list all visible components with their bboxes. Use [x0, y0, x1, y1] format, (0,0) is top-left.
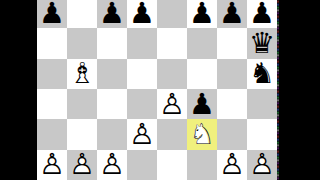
square-g7[interactable]: ♟ [217, 0, 247, 28]
square-f7[interactable]: ♟ [187, 0, 217, 28]
white-bishop[interactable]: ♝♗ [67, 59, 97, 89]
white-pawn[interactable]: ♟♙ [97, 150, 127, 180]
white-piece-outline: ♙ [127, 119, 157, 149]
white-piece-outline: ♙ [157, 89, 187, 119]
black-pawn[interactable]: ♟ [247, 0, 277, 28]
square-g6[interactable] [217, 28, 247, 58]
square-a5[interactable] [37, 59, 67, 89]
square-d6[interactable] [127, 28, 157, 58]
square-c6[interactable] [97, 28, 127, 58]
square-g2[interactable]: ♟♙ [217, 150, 247, 180]
black-queen[interactable]: ♛ [247, 28, 277, 58]
square-b7[interactable] [67, 0, 97, 28]
square-e6[interactable] [157, 28, 187, 58]
white-piece-outline: ♗ [67, 59, 97, 89]
black-pawn[interactable]: ♟ [127, 0, 157, 28]
square-d2[interactable] [127, 150, 157, 180]
square-e7[interactable] [157, 0, 187, 28]
square-c7[interactable]: ♟ [97, 0, 127, 28]
square-h2[interactable]: ♟♙ [247, 150, 277, 180]
square-h6[interactable]: ♛ [247, 28, 277, 58]
square-b6[interactable] [67, 28, 97, 58]
square-f2[interactable] [187, 150, 217, 180]
square-a6[interactable] [37, 28, 67, 58]
square-e5[interactable] [157, 59, 187, 89]
white-knight[interactable]: ♞♘ [187, 119, 217, 149]
square-c4[interactable] [97, 89, 127, 119]
square-b3[interactable] [67, 119, 97, 149]
square-f5[interactable] [187, 59, 217, 89]
black-knight[interactable]: ♞ [247, 59, 277, 89]
square-d4[interactable] [127, 89, 157, 119]
white-pawn[interactable]: ♟♙ [247, 150, 277, 180]
square-h3[interactable] [247, 119, 277, 149]
white-piece-outline: ♙ [67, 150, 97, 180]
white-pawn[interactable]: ♟♙ [67, 150, 97, 180]
square-a7[interactable]: ♟ [37, 0, 67, 28]
square-a4[interactable] [37, 89, 67, 119]
square-c2[interactable]: ♟♙ [97, 150, 127, 180]
black-piece-fill: ♟ [127, 0, 157, 28]
black-piece-fill: ♟ [247, 0, 277, 28]
black-piece-fill: ♛ [247, 28, 277, 58]
white-pawn[interactable]: ♟♙ [37, 150, 67, 180]
square-f6[interactable] [187, 28, 217, 58]
square-c5[interactable] [97, 59, 127, 89]
square-g3[interactable] [217, 119, 247, 149]
square-a3[interactable] [37, 119, 67, 149]
black-piece-fill: ♞ [247, 59, 277, 89]
square-d5[interactable] [127, 59, 157, 89]
white-piece-outline: ♙ [247, 150, 277, 180]
white-pawn[interactable]: ♟♙ [157, 89, 187, 119]
black-piece-fill: ♟ [37, 0, 67, 28]
black-pawn[interactable]: ♟ [187, 0, 217, 28]
white-pawn[interactable]: ♟♙ [127, 119, 157, 149]
square-f3[interactable]: ♞♘ [187, 119, 217, 149]
square-d3[interactable]: ♟♙ [127, 119, 157, 149]
black-pawn[interactable]: ♟ [37, 0, 67, 28]
square-e4[interactable]: ♟♙ [157, 89, 187, 119]
square-h5[interactable]: ♞ [247, 59, 277, 89]
square-d7[interactable]: ♟ [127, 0, 157, 28]
black-piece-fill: ♟ [97, 0, 127, 28]
letterbox-right-bar [279, 0, 320, 180]
square-g5[interactable] [217, 59, 247, 89]
white-piece-outline: ♙ [97, 150, 127, 180]
video-frame: ♟♟♟♟♟♟♛♝♗♞♟♙♟♟♙♞♘♟♙♟♙♟♙♟♙♟♙ [0, 0, 320, 180]
black-pawn[interactable]: ♟ [187, 89, 217, 119]
black-pawn[interactable]: ♟ [97, 0, 127, 28]
square-b5[interactable]: ♝♗ [67, 59, 97, 89]
square-b2[interactable]: ♟♙ [67, 150, 97, 180]
square-h4[interactable] [247, 89, 277, 119]
square-h7[interactable]: ♟ [247, 0, 277, 28]
black-piece-fill: ♟ [217, 0, 247, 28]
square-a2[interactable]: ♟♙ [37, 150, 67, 180]
letterbox-left-bar [0, 0, 37, 180]
square-g4[interactable] [217, 89, 247, 119]
black-piece-fill: ♟ [187, 0, 217, 28]
square-e2[interactable] [157, 150, 187, 180]
square-e3[interactable] [157, 119, 187, 149]
square-c3[interactable] [97, 119, 127, 149]
black-pawn[interactable]: ♟ [217, 0, 247, 28]
white-piece-outline: ♙ [217, 150, 247, 180]
square-f4[interactable]: ♟ [187, 89, 217, 119]
square-b4[interactable] [67, 89, 97, 119]
white-piece-outline: ♘ [187, 119, 217, 149]
white-pawn[interactable]: ♟♙ [217, 150, 247, 180]
black-piece-fill: ♟ [187, 89, 217, 119]
chess-board: ♟♟♟♟♟♟♛♝♗♞♟♙♟♟♙♞♘♟♙♟♙♟♙♟♙♟♙ [37, 0, 277, 180]
white-piece-outline: ♙ [37, 150, 67, 180]
video-artifact-strip [277, 0, 279, 180]
